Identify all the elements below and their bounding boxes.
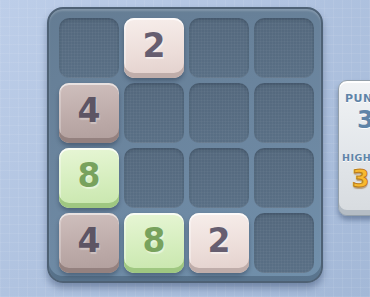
board-cell-r3c0: 4 — [59, 213, 119, 273]
board-cell-r1c1 — [124, 83, 184, 143]
board-cell-r0c1: 2 — [124, 18, 184, 78]
tile-4: 4 — [59, 83, 119, 143]
tile-4: 4 — [59, 213, 119, 273]
score-value: 3 — [339, 106, 370, 134]
tile-2: 2 — [189, 213, 249, 273]
board-cell-r2c0: 8 — [59, 148, 119, 208]
board-cell-r1c0: 4 — [59, 83, 119, 143]
board-cell-r3c2: 2 — [189, 213, 249, 273]
tile-2: 2 — [124, 18, 184, 78]
board-cell-r0c3 — [254, 18, 314, 78]
board-cell-r3c3 — [254, 213, 314, 273]
board-cell-r2c2 — [189, 148, 249, 208]
game-board[interactable]: 2 4 8 4 8 2 — [47, 7, 323, 283]
highscore-label: HIGHSCORE — [339, 152, 370, 163]
board-cell-r2c3 — [254, 148, 314, 208]
board-cell-r0c0 — [59, 18, 119, 78]
score-label: PUNTEN — [339, 92, 370, 105]
score-panel: PUNTEN 3 HIGHSCORE 3 — [338, 80, 370, 216]
board-cell-r3c1: 8 — [124, 213, 184, 273]
highscore-value: 3 — [339, 164, 370, 193]
board-cell-r1c3 — [254, 83, 314, 143]
board-cell-r1c2 — [189, 83, 249, 143]
board-cell-r0c2 — [189, 18, 249, 78]
tile-8: 8 — [124, 213, 184, 273]
board-grid: 2 4 8 4 8 2 — [59, 18, 314, 273]
tile-8: 8 — [59, 148, 119, 208]
board-cell-r2c1 — [124, 148, 184, 208]
